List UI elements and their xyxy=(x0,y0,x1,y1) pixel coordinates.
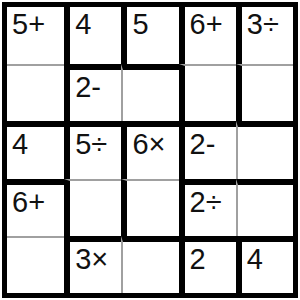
cage-clue-n: 2 xyxy=(185,242,236,274)
cell-r4c2[interactable] xyxy=(64,179,121,236)
cell-r1c3[interactable]: 5 xyxy=(121,7,178,64)
cage-clue-j: 2- xyxy=(185,127,236,159)
cell-r2c4[interactable] xyxy=(179,64,236,121)
cage-clue-g: 4 xyxy=(7,127,64,159)
cell-r2c2[interactable]: 2- xyxy=(64,64,121,121)
cage-clue-i: 6× xyxy=(127,127,178,159)
cell-r1c2[interactable]: 4 xyxy=(64,7,121,64)
cell-r4c4[interactable]: 2÷ xyxy=(179,179,236,236)
cage-clue-a: 5+ xyxy=(7,7,64,39)
cage-clue-c: 5 xyxy=(127,7,178,39)
cell-r3c1[interactable]: 4 xyxy=(7,121,64,178)
cage-clue-e: 3÷ xyxy=(242,7,293,39)
cell-r3c2[interactable]: 5÷ xyxy=(64,121,121,178)
cell-r1c1[interactable]: 5+ xyxy=(7,7,64,64)
cell-r4c1[interactable]: 6+ xyxy=(7,179,64,236)
cell-r5c5[interactable]: 4 xyxy=(236,236,293,293)
cell-r1c4[interactable]: 6+ xyxy=(179,7,236,64)
cell-r3c5[interactable] xyxy=(236,121,293,178)
cell-r2c1[interactable] xyxy=(7,64,64,121)
cage-clue-f: 2- xyxy=(70,70,121,102)
cell-r2c3[interactable] xyxy=(121,64,178,121)
cage-clue-b: 4 xyxy=(70,7,121,39)
cage-clue-h: 5÷ xyxy=(70,127,121,159)
cage-clue-k: 6+ xyxy=(7,185,64,217)
cell-r5c4[interactable]: 2 xyxy=(179,236,236,293)
puzzle-page: 5+456+3÷2-45÷6×2-6+2÷3×24 xyxy=(0,0,300,300)
cell-r4c5[interactable] xyxy=(236,179,293,236)
cage-clue-o: 4 xyxy=(242,242,293,274)
cell-r5c1[interactable] xyxy=(7,236,64,293)
cage-clue-l: 2÷ xyxy=(185,185,236,217)
cell-r3c3[interactable]: 6× xyxy=(121,121,178,178)
kenken-board: 5+456+3÷2-45÷6×2-6+2÷3×24 xyxy=(2,2,298,298)
cage-clue-m: 3× xyxy=(70,242,121,274)
cell-r1c5[interactable]: 3÷ xyxy=(236,7,293,64)
cell-r4c3[interactable] xyxy=(121,179,178,236)
cell-r2c5[interactable] xyxy=(236,64,293,121)
cell-r5c3[interactable] xyxy=(121,236,178,293)
cell-r3c4[interactable]: 2- xyxy=(179,121,236,178)
cell-r5c2[interactable]: 3× xyxy=(64,236,121,293)
cage-clue-d: 6+ xyxy=(185,7,236,39)
